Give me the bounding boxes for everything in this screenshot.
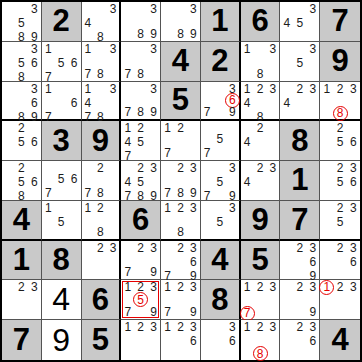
pencil-slot-3: 3 [347, 82, 360, 96]
cell-r5c7[interactable]: 234 [241, 161, 281, 201]
pencil-slot-6 [306, 56, 319, 70]
cell-r6c9[interactable]: 235 [320, 201, 360, 241]
cell-r4c3[interactable]: 9 [82, 121, 122, 161]
pencil-slot-7: 7 [201, 146, 214, 160]
given-digit: 9 [241, 201, 280, 239]
pencil-slot-5: 5 [213, 215, 226, 229]
pencil-slot-6 [147, 135, 160, 149]
cell-r4c2[interactable]: 3 [42, 121, 82, 161]
cell-r9c3[interactable]: 5 [82, 320, 122, 360]
pencil-slot-3: 3 [28, 2, 41, 16]
cell-r4c5[interactable]: 127 [161, 121, 201, 161]
pencil-slot-5 [254, 175, 267, 189]
candidate-6: 6 [190, 255, 197, 269]
candidate-1: 1 [45, 82, 52, 96]
cell-r3c4[interactable]: 3789 [121, 82, 161, 122]
candidate-5: 5 [58, 56, 65, 70]
pencil-slot-1: 1 [161, 320, 174, 334]
cell-r9c2[interactable]: 9 [42, 320, 82, 360]
cell-r5c3[interactable]: 278 [82, 161, 122, 201]
pencil-slot-3: 3 [267, 82, 280, 96]
cell-r9c9[interactable]: 4 [320, 320, 360, 360]
pencil-slot-8 [134, 265, 147, 279]
pencil-marks: 1238 [320, 82, 360, 120]
pencil-slot-6 [187, 16, 200, 27]
pencil-slot-3: 3 [187, 201, 200, 215]
cell-r8c1[interactable]: 23 [2, 280, 42, 320]
pencil-slot-7: 7 [161, 146, 174, 160]
pencil-slot-4 [320, 96, 333, 108]
pencil-slot-3: 3 [107, 241, 120, 255]
pencil-slot-4 [241, 334, 254, 347]
pencil-slot-6 [107, 175, 120, 186]
pencil-slot-6 [107, 255, 120, 267]
pencil-slot-2 [293, 42, 306, 56]
cell-r6c1[interactable]: 4 [2, 201, 42, 241]
candidate-3: 3 [31, 280, 38, 294]
candidate-3: 3 [31, 82, 38, 96]
candidate-3: 3 [150, 320, 157, 334]
pencil-slot-8 [254, 307, 267, 319]
pencil-slot-8 [213, 146, 226, 160]
candidate-1: 1 [124, 121, 131, 135]
pencil-slot-6 [267, 135, 280, 149]
pencil-slot-4 [42, 56, 55, 70]
candidate-3: 3 [150, 241, 157, 255]
cell-r2c2[interactable]: 1567 [42, 42, 82, 82]
pencil-slot-7 [280, 305, 293, 319]
candidate-2: 2 [337, 161, 344, 175]
pencil-slot-9 [267, 347, 280, 360]
cell-r8c7[interactable]: 1237 [241, 280, 281, 320]
cell-r5c2[interactable]: 567 [42, 161, 82, 201]
pencil-slot-4 [121, 255, 134, 266]
pencil-slot-1: 1 [121, 121, 134, 135]
cell-r9c8[interactable]: 236 [280, 320, 320, 360]
pencil-marks: 2345789 [121, 161, 160, 200]
pencil-slot-8 [333, 229, 346, 239]
candidate-4: 4 [284, 96, 291, 110]
cell-r6c2[interactable]: 15 [42, 201, 82, 241]
candidate-7-highlighted: 7 [240, 306, 255, 321]
pencil-slot-3: 3 [107, 2, 120, 16]
pencil-slot-1 [2, 82, 15, 96]
pencil-slot-1 [280, 82, 293, 96]
pencil-slot-7: 7 [82, 67, 95, 81]
cell-r3c5[interactable]: 5 [161, 82, 201, 122]
pencil-slot-8: 8 [174, 225, 187, 239]
cell-r5c9[interactable]: 2356 [320, 161, 360, 201]
candidate-7: 7 [124, 305, 131, 319]
cell-r2c6[interactable]: 2 [201, 42, 241, 82]
sudoku-board: 3589234838938916345735681567137837842138… [0, 0, 362, 362]
pencil-slot-3: 3 [107, 42, 120, 56]
pencil-slot-2 [55, 201, 68, 215]
pencil-slot-1: 1 [42, 201, 55, 215]
cell-r3c7[interactable]: 12348 [241, 82, 281, 122]
pencil-slot-3: 3 [306, 82, 319, 96]
cell-r7c6[interactable]: 4 [201, 241, 241, 281]
pencil-slot-3 [68, 201, 81, 215]
pencil-slot-3 [68, 42, 81, 56]
candidate-7: 7 [164, 146, 171, 160]
pencil-slot-1 [280, 280, 293, 294]
pencil-slot-6 [28, 16, 41, 30]
candidate-5: 5 [18, 56, 25, 70]
pencil-slot-4 [241, 56, 254, 67]
pencil-slot-2 [134, 82, 147, 96]
cell-r7c3[interactable]: 23 [82, 241, 122, 281]
pencil-slot-8 [333, 189, 346, 200]
pencil-marks: 567 [42, 161, 81, 200]
pencil-slot-1: 1 [241, 320, 254, 334]
pencil-slot-1 [121, 42, 134, 56]
pencil-slot-6 [147, 56, 160, 67]
pencil-slot-9 [107, 225, 120, 239]
candidate-2: 2 [18, 121, 25, 135]
pencil-slot-6 [187, 135, 200, 146]
candidate-5: 5 [58, 172, 65, 186]
cell-r8c3[interactable]: 6 [82, 280, 122, 320]
cell-r6c7[interactable]: 9 [241, 201, 281, 241]
cell-r4c1[interactable]: 256 [2, 121, 42, 161]
cell-r7c5[interactable]: 23679 [161, 241, 201, 281]
candidate-1: 1 [85, 201, 92, 215]
pencil-slot-4 [280, 294, 293, 305]
pencil-slot-4 [320, 255, 333, 269]
pencil-marks: 2379 [121, 241, 160, 280]
candidate-2: 2 [177, 161, 184, 175]
candidate-1-highlighted: 1 [319, 280, 334, 295]
cell-r5c5[interactable]: 23789 [161, 161, 201, 201]
pencil-slot-5: 5 [55, 172, 68, 186]
pencil-slot-4 [201, 132, 214, 146]
pencil-slot-2: 2 [333, 82, 346, 96]
pencil-slot-3: 3 [147, 2, 160, 16]
pencil-slot-9: 9 [147, 265, 160, 279]
pencil-slot-1 [320, 121, 333, 135]
candidate-5: 5 [216, 175, 223, 189]
pencil-marks: 3568 [2, 42, 41, 81]
cell-r1c4[interactable]: 389 [121, 2, 161, 42]
pencil-slot-8: 8 [254, 347, 267, 360]
pencil-slot-3: 3 [147, 82, 160, 96]
cell-r9c1[interactable]: 7 [2, 320, 42, 360]
pencil-slot-7 [82, 267, 95, 279]
cell-r5c4[interactable]: 2345789 [121, 161, 161, 201]
pencil-slot-6 [147, 96, 160, 106]
cell-r1c8[interactable]: 345 [280, 2, 320, 42]
candidate-5: 5 [137, 175, 144, 189]
candidate-3: 3 [309, 280, 316, 294]
candidate-1: 1 [164, 121, 171, 135]
candidate-3: 3 [270, 320, 277, 334]
pencil-slot-6 [347, 96, 360, 108]
candidate-2: 2 [296, 82, 303, 96]
pencil-slot-2: 2 [254, 82, 267, 96]
pencil-slot-2: 2 [134, 320, 147, 334]
cell-r6c4[interactable]: 6 [121, 201, 161, 241]
pencil-slot-7 [2, 307, 15, 319]
pencil-slot-3: 3 [267, 42, 280, 56]
pencil-slot-1: 1 [82, 42, 95, 56]
pencil-slot-4: 4 [241, 96, 254, 110]
pencil-slot-3: 3 [187, 241, 200, 255]
cell-r1c3[interactable]: 348 [82, 2, 122, 42]
pencil-slot-9 [107, 67, 120, 81]
cell-r1c1[interactable]: 3589 [2, 2, 42, 42]
cell-r8c2[interactable]: 4 [42, 280, 82, 320]
pencil-slot-2: 2 [293, 280, 306, 294]
pencil-slot-2 [55, 161, 68, 172]
cell-r1c6[interactable]: 1 [201, 2, 241, 42]
pencil-slot-4 [121, 334, 134, 347]
pencil-slot-4 [82, 175, 95, 186]
cell-r8c8[interactable]: 239 [280, 280, 320, 320]
pencil-slot-3: 3 [347, 241, 360, 255]
cell-r4c6[interactable]: 57 [201, 121, 241, 161]
pencil-slot-1 [320, 201, 333, 215]
candidate-3: 3 [110, 42, 117, 56]
pencil-slot-7 [161, 225, 174, 239]
pencil-slot-9: 9 [226, 105, 239, 119]
pencil-slot-9 [107, 186, 120, 200]
cell-r8c5[interactable]: 12379 [161, 280, 201, 320]
cell-r2c9[interactable]: 9 [320, 42, 360, 82]
pencil-slot-4 [161, 175, 174, 186]
cell-r7c9[interactable]: 236 [320, 241, 360, 281]
cell-r9c7[interactable]: 1238 [241, 320, 281, 360]
pencil-slot-3: 3 [147, 161, 160, 175]
pencil-marks: 389 [121, 2, 160, 41]
pencil-slot-8 [293, 70, 306, 81]
pencil-slot-8 [333, 149, 346, 160]
cell-r9c5[interactable]: 1236 [161, 320, 201, 360]
cell-r9c6[interactable]: 36 [201, 320, 241, 360]
pencil-marks: 1378 [82, 42, 120, 81]
pencil-slot-9 [226, 229, 239, 239]
pencil-slot-4 [42, 96, 55, 110]
cell-r6c8[interactable]: 7 [280, 201, 320, 241]
cell-r7c8[interactable]: 2369 [280, 241, 320, 281]
pencil-slot-8: 8 [254, 67, 267, 81]
candidate-3: 3 [309, 42, 316, 56]
given-digit: 3 [42, 121, 81, 160]
pencil-slot-1 [280, 42, 293, 56]
cell-r8c9[interactable]: 123 [320, 280, 360, 320]
candidate-5: 5 [296, 56, 303, 70]
cell-r1c7[interactable]: 6 [241, 2, 281, 42]
pencil-slot-4 [2, 16, 15, 30]
cell-r3c2[interactable]: 167 [42, 82, 82, 122]
candidate-2: 2 [337, 280, 344, 294]
pencil-slot-2: 2 [134, 241, 147, 255]
pencil-marks: 235 [320, 201, 360, 239]
cell-r3c8[interactable]: 234 [280, 82, 320, 122]
cell-r4c9[interactable]: 256 [320, 121, 360, 161]
pencil-slot-4 [161, 334, 174, 348]
candidate-3: 3 [350, 241, 357, 255]
pencil-slot-3: 3 [226, 320, 239, 334]
cell-r2c4[interactable]: 378 [121, 42, 161, 82]
pencil-slot-2 [94, 82, 107, 96]
pencil-slot-5 [94, 215, 107, 225]
pencil-slot-5 [174, 294, 187, 305]
pencil-slot-9 [306, 30, 319, 41]
candidate-5: 5 [337, 135, 344, 149]
pencil-slot-8: 8 [333, 107, 346, 119]
candidate-3: 3 [270, 280, 277, 294]
pencil-marks: 123 [320, 280, 360, 319]
pencil-slot-2: 2 [15, 161, 28, 175]
cell-r2c8[interactable]: 35 [280, 42, 320, 82]
pencil-slot-2: 2 [174, 121, 187, 135]
cell-r4c8[interactable]: 8 [280, 121, 320, 161]
pencil-marks: 1238 [161, 201, 200, 239]
pencil-slot-5 [213, 334, 226, 348]
candidate-5: 5 [216, 215, 223, 229]
pencil-slot-6 [28, 294, 41, 306]
pencil-slot-3: 3 [187, 280, 200, 294]
pencil-slot-2: 2 [174, 320, 187, 334]
cell-r6c6[interactable]: 35 [201, 201, 241, 241]
pencil-slot-6 [107, 16, 120, 30]
pencil-marks: 23 [2, 280, 41, 319]
pencil-slot-7 [280, 30, 293, 41]
candidate-2: 2 [137, 241, 144, 255]
cell-r7c2[interactable]: 8 [42, 241, 82, 281]
pencil-slot-6: 6 [187, 255, 200, 269]
cell-r5c1[interactable]: 2568 [2, 161, 42, 201]
pencil-slot-4 [42, 172, 55, 186]
pencil-slot-9 [267, 67, 280, 81]
pencil-slot-7 [320, 107, 333, 119]
pencil-slot-1: 1 [241, 82, 254, 96]
pencil-slot-2 [213, 121, 226, 132]
cell-r6c5[interactable]: 1238 [161, 201, 201, 241]
pencil-slot-4 [82, 56, 95, 67]
pencil-slot-2: 2 [333, 161, 346, 175]
candidate-3: 3 [350, 161, 357, 175]
pencil-slot-1 [241, 121, 254, 135]
cell-r7c1[interactable]: 1 [2, 241, 42, 281]
cell-r1c2[interactable]: 2 [42, 2, 82, 42]
pencil-slot-9 [347, 189, 360, 200]
cell-r2c3[interactable]: 1378 [82, 42, 122, 82]
pencil-slot-1 [201, 82, 214, 96]
pencil-marks: 256 [2, 121, 41, 160]
cell-r2c1[interactable]: 3568 [2, 42, 42, 82]
pencil-marks: 256 [320, 121, 360, 160]
pencil-slot-6 [267, 334, 280, 347]
pencil-slot-9 [347, 229, 360, 239]
pencil-slot-2 [94, 42, 107, 56]
cell-r5c6[interactable]: 3579 [201, 161, 241, 201]
pencil-slot-2 [55, 42, 68, 56]
candidate-3: 3 [190, 280, 197, 294]
pencil-slot-2 [15, 2, 28, 16]
pencil-slot-8 [15, 307, 28, 319]
pencil-slot-5 [174, 255, 187, 269]
pencil-slot-6 [347, 215, 360, 229]
pencil-slot-4 [280, 56, 293, 70]
candidate-1: 1 [244, 280, 251, 294]
pencil-slot-8 [134, 305, 147, 319]
pencil-slot-2: 2 [293, 241, 306, 255]
cell-r8c4[interactable]: 123579 [121, 280, 161, 320]
pencil-slot-1 [241, 161, 254, 175]
pencil-slot-7 [241, 149, 254, 160]
pencil-slot-1 [82, 161, 95, 175]
pencil-slot-4 [241, 294, 254, 306]
cell-r3c9[interactable]: 1238 [320, 82, 360, 122]
pencil-marks: 23679 [161, 241, 200, 280]
pencil-slot-7 [280, 348, 293, 360]
pencil-slot-7 [320, 189, 333, 200]
candidate-6: 6 [309, 334, 316, 348]
cell-r8c6[interactable]: 8 [201, 280, 241, 320]
pencil-slot-2: 2 [333, 280, 346, 294]
cell-r7c4[interactable]: 2379 [121, 241, 161, 281]
given-digit: 2 [42, 2, 81, 41]
candidate-2: 2 [257, 280, 264, 294]
pencil-slot-3: 3 [28, 280, 41, 294]
pencil-slot-2: 2 [94, 161, 107, 175]
candidate-6: 6 [350, 255, 357, 269]
pencil-slot-5 [174, 334, 187, 348]
cell-r3c6[interactable]: 3679 [201, 82, 241, 122]
pencil-slot-5 [94, 255, 107, 267]
cell-r3c1[interactable]: 3689 [2, 82, 42, 122]
pencil-slot-6: 6 [68, 172, 81, 186]
pencil-slot-6: 6 [68, 96, 81, 110]
candidate-2: 2 [296, 280, 303, 294]
cell-r5c8[interactable]: 1 [280, 161, 320, 201]
cell-r1c5[interactable]: 389 [161, 2, 201, 42]
pencil-slot-8 [15, 149, 28, 160]
pencil-slot-2 [293, 2, 306, 16]
cell-r4c7[interactable]: 24 [241, 121, 281, 161]
pencil-slot-5: 5 [293, 16, 306, 30]
pencil-marks: 234 [241, 161, 280, 200]
pencil-slot-1: 1 [82, 82, 95, 96]
pencil-slot-5 [174, 16, 187, 27]
pencil-slot-5 [293, 96, 306, 110]
pencil-marks: 123579 [121, 280, 160, 319]
pencil-slot-1 [161, 2, 174, 16]
pencil-slot-8: 8 [174, 27, 187, 41]
pencil-slot-5: 5 [213, 175, 226, 189]
pencil-slot-5 [134, 16, 147, 27]
cell-r3c3[interactable]: 13478 [82, 82, 122, 122]
cell-r2c7[interactable]: 138 [241, 42, 281, 82]
pencil-slot-5 [333, 255, 346, 269]
pencil-slot-3: 3 [147, 280, 160, 294]
cell-r2c5[interactable]: 4 [161, 42, 201, 82]
pencil-slot-9 [226, 348, 239, 360]
cell-r7c7[interactable]: 5 [241, 241, 281, 281]
pencil-slot-8 [174, 348, 187, 360]
cell-r1c9[interactable]: 7 [320, 2, 360, 42]
pencil-slot-4 [320, 135, 333, 149]
candidate-7: 7 [124, 105, 131, 119]
given-digit: 7 [2, 320, 41, 360]
cell-r4c4[interactable]: 12457 [121, 121, 161, 161]
pencil-slot-3: 3 [187, 2, 200, 16]
cell-r9c4[interactable]: 123 [121, 320, 161, 360]
pencil-slot-5 [94, 56, 107, 67]
cell-r6c3[interactable]: 128 [82, 201, 122, 241]
